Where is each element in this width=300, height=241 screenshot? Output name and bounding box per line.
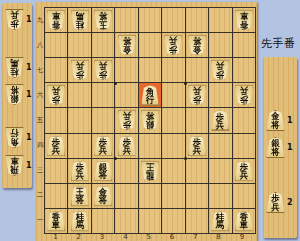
piece-kanji: 将 — [146, 112, 154, 120]
piece-kanji: 歩 — [76, 70, 84, 78]
square-2九[interactable]: 桂馬 — [68, 8, 90, 32]
square-7五[interactable] — [186, 108, 208, 132]
piece-kanji: 車 — [52, 12, 60, 20]
file-label-1: 1 — [44, 233, 67, 241]
square-6四[interactable] — [162, 134, 184, 158]
rank-label-二: 二 — [36, 191, 44, 200]
square-8五[interactable]: 歩兵 — [209, 108, 231, 132]
square-5二[interactable] — [139, 184, 161, 208]
square-5八[interactable] — [139, 33, 161, 57]
square-2五[interactable] — [68, 108, 90, 132]
board-area: 香車桂馬玉将香車金将歩兵金将歩兵歩兵歩兵歩兵角行歩兵歩兵歩兵銀将歩兵歩兵歩兵歩兵… — [36, 2, 257, 241]
square-6三[interactable] — [162, 159, 184, 183]
square-3六[interactable] — [92, 83, 114, 107]
piece-kanji: 金 — [193, 45, 201, 53]
file-label-4: 4 — [114, 233, 137, 241]
file-label-9: 9 — [230, 233, 253, 241]
piece-kanji: 将 — [193, 37, 201, 45]
square-1四[interactable]: 歩兵 — [45, 134, 67, 158]
piece-kanji: 兵 — [193, 87, 201, 95]
square-3九[interactable]: 玉将 — [92, 8, 114, 32]
piece-銀将[interactable]: 銀将 — [5, 84, 24, 105]
square-9八[interactable] — [233, 33, 255, 57]
square-2六[interactable] — [68, 83, 90, 107]
square-6六[interactable] — [162, 83, 184, 107]
square-9九[interactable]: 香車 — [233, 8, 255, 32]
file-label-5: 5 — [137, 233, 160, 241]
piece-香車-1九[interactable]: 香車 — [47, 10, 66, 31]
piece-kanji: 将 — [99, 12, 107, 20]
piece-香車-9一[interactable]: 香車 — [234, 210, 253, 231]
square-9四[interactable] — [233, 134, 255, 158]
square-7四[interactable]: 歩兵 — [186, 134, 208, 158]
piece-kanji: 車 — [52, 221, 60, 229]
piece-kanji: 歩 — [122, 120, 130, 128]
file-label-2: 2 — [67, 233, 90, 241]
piece-kanji: 兵 — [76, 171, 84, 179]
piece-飛車[interactable]: 飛車 — [5, 155, 24, 176]
hand-count-飛車: 1 — [26, 161, 32, 170]
piece-kanji: 歩 — [52, 95, 60, 103]
gote-hand-stand: 金将1銀将1歩兵2 — [263, 57, 297, 238]
file-label-8: 8 — [207, 233, 230, 241]
square-7二[interactable] — [186, 184, 208, 208]
square-4二[interactable] — [115, 184, 137, 208]
piece-kanji: 角 — [10, 138, 18, 146]
square-2四[interactable] — [68, 134, 90, 158]
piece-kanji: 兵 — [216, 120, 224, 128]
square-8七[interactable]: 歩兵 — [209, 58, 231, 82]
piece-kanji: 桂 — [76, 20, 84, 28]
piece-香車-9九[interactable]: 香車 — [234, 10, 253, 31]
piece-kanji: 桂 — [10, 68, 18, 76]
square-8六[interactable] — [209, 83, 231, 107]
square-5一[interactable] — [139, 209, 161, 233]
piece-歩兵-2三[interactable]: 歩兵 — [70, 160, 89, 181]
piece-kanji: 馬 — [76, 221, 84, 229]
piece-kanji: 兵 — [76, 62, 84, 70]
piece-歩兵-4四[interactable]: 歩兵 — [117, 135, 136, 156]
square-6五[interactable] — [162, 108, 184, 132]
piece-kanji: 行 — [146, 95, 154, 103]
piece-歩兵-7六[interactable]: 歩兵 — [187, 85, 206, 106]
square-2七[interactable]: 歩兵 — [68, 58, 90, 82]
piece-kanji: 歩 — [10, 20, 18, 28]
piece-kanji: 車 — [240, 12, 248, 20]
piece-kanji: 兵 — [99, 62, 107, 70]
file-label-6: 6 — [161, 233, 184, 241]
piece-歩兵-7四[interactable]: 歩兵 — [187, 135, 206, 156]
piece-kanji: 歩 — [216, 70, 224, 78]
piece-歩兵[interactable]: 歩兵 — [5, 9, 24, 30]
square-3八[interactable] — [92, 33, 114, 57]
square-7八[interactable]: 金将 — [186, 33, 208, 57]
square-4八[interactable]: 金将 — [115, 33, 137, 57]
square-2一[interactable]: 桂馬 — [68, 209, 90, 233]
piece-kanji: 歩 — [169, 45, 177, 53]
hand-count-歩兵: 1 — [26, 15, 32, 24]
rank-label-八: 八 — [36, 41, 44, 50]
turn-indicator: 先手番 — [261, 36, 296, 51]
hand-count-歩兵: 2 — [287, 198, 293, 207]
square-4九[interactable] — [115, 8, 137, 32]
piece-歩兵[interactable]: 歩兵 — [266, 192, 285, 213]
square-7七[interactable] — [186, 58, 208, 82]
star-point — [114, 82, 117, 85]
piece-歩兵-3四[interactable]: 歩兵 — [94, 135, 113, 156]
square-4五[interactable]: 歩兵 — [115, 108, 137, 132]
piece-金将-7八[interactable]: 金将 — [187, 35, 206, 56]
rank-label-六: 六 — [36, 91, 44, 100]
piece-kanji: 香 — [240, 20, 248, 28]
piece-kanji: 車 — [240, 221, 248, 229]
piece-歩兵-6八[interactable]: 歩兵 — [164, 35, 183, 56]
square-4六[interactable] — [115, 83, 137, 107]
square-9七[interactable] — [233, 58, 255, 82]
square-6一[interactable] — [162, 209, 184, 233]
hand-count-角行: 1 — [26, 133, 32, 142]
piece-金将-3二[interactable]: 金将 — [94, 185, 113, 206]
piece-kanji: 将 — [99, 171, 107, 179]
piece-kanji: 兵 — [240, 87, 248, 95]
square-5九[interactable] — [139, 8, 161, 32]
shogi-app: 歩兵1桂馬1銀将1角行1飛車1 香車桂馬玉将香車金将歩兵金将歩兵歩兵歩兵歩兵角行… — [0, 0, 300, 241]
piece-kanji: 兵 — [216, 62, 224, 70]
piece-歩兵-4五[interactable]: 歩兵 — [117, 110, 136, 131]
hand-count-桂馬: 1 — [26, 63, 32, 72]
rank-label-九: 九 — [36, 16, 44, 25]
hand-count-銀将: 1 — [26, 90, 32, 99]
piece-歩兵-8五[interactable]: 歩兵 — [211, 110, 230, 131]
star-point — [184, 82, 187, 85]
sente-hand-stand: 歩兵1桂馬1銀将1角行1飛車1 — [2, 3, 32, 188]
piece-角行-5六[interactable]: 角行 — [140, 85, 159, 106]
piece-kanji: 車 — [10, 157, 18, 165]
square-6七[interactable] — [162, 58, 184, 82]
rank-label-四: 四 — [36, 141, 44, 150]
piece-香車-1一[interactable]: 香車 — [47, 210, 66, 231]
piece-kanji: 将 — [99, 196, 107, 204]
square-7六[interactable]: 歩兵 — [186, 83, 208, 107]
piece-kanji: 兵 — [193, 146, 201, 154]
piece-kanji: 馬 — [76, 12, 84, 20]
piece-kanji: 歩 — [193, 95, 201, 103]
square-1六[interactable]: 歩兵 — [45, 83, 67, 107]
piece-kanji: 将 — [76, 196, 84, 204]
piece-歩兵-9三[interactable]: 歩兵 — [234, 160, 253, 181]
rank-label-七: 七 — [36, 66, 44, 75]
piece-kanji: 歩 — [240, 95, 248, 103]
piece-金将-4八[interactable]: 金将 — [117, 35, 136, 56]
square-9一[interactable]: 香車 — [233, 209, 255, 233]
piece-kanji: 兵 — [99, 146, 107, 154]
square-1七[interactable] — [45, 58, 67, 82]
square-3五[interactable] — [92, 108, 114, 132]
square-5七[interactable] — [139, 58, 161, 82]
piece-桂馬[interactable]: 桂馬 — [5, 57, 24, 78]
square-8三[interactable] — [209, 159, 231, 183]
hand-count-銀将: 1 — [287, 143, 293, 152]
square-2二[interactable]: 王将 — [68, 184, 90, 208]
piece-kanji: 兵 — [271, 203, 279, 211]
rank-label-五: 五 — [36, 116, 44, 125]
square-3二[interactable]: 金将 — [92, 184, 114, 208]
piece-kanji: 兵 — [122, 146, 130, 154]
piece-kanji: 行 — [10, 129, 18, 137]
piece-歩兵-9六[interactable]: 歩兵 — [234, 85, 253, 106]
piece-kanji: 兵 — [122, 112, 130, 120]
square-7九[interactable] — [186, 8, 208, 32]
square-5四[interactable] — [139, 134, 161, 158]
square-9三[interactable]: 歩兵 — [233, 159, 255, 183]
square-9二[interactable] — [233, 184, 255, 208]
piece-桂馬-2九[interactable]: 桂馬 — [70, 10, 89, 31]
piece-kanji: 将 — [271, 121, 279, 129]
piece-kanji: 将 — [271, 148, 279, 156]
piece-歩兵-3七[interactable]: 歩兵 — [94, 60, 113, 81]
file-label-7: 7 — [184, 233, 207, 241]
piece-王将-2二[interactable]: 王将 — [70, 185, 89, 206]
piece-kanji: 兵 — [52, 146, 60, 154]
piece-玉将-3九[interactable]: 玉将 — [94, 10, 113, 31]
piece-kanji: 飛 — [10, 166, 18, 174]
square-8一[interactable]: 桂馬 — [209, 209, 231, 233]
square-8四[interactable] — [209, 134, 231, 158]
square-3四[interactable]: 歩兵 — [92, 134, 114, 158]
piece-kanji: 将 — [122, 37, 130, 45]
star-point — [114, 157, 117, 160]
piece-kanji: 歩 — [99, 70, 107, 78]
piece-kanji: 銀 — [10, 95, 18, 103]
piece-角行[interactable]: 角行 — [5, 127, 24, 148]
piece-kanji: 将 — [10, 86, 18, 94]
square-3三[interactable]: 銀将 — [92, 159, 114, 183]
square-7一[interactable] — [186, 209, 208, 233]
hand-count-金将: 1 — [287, 116, 293, 125]
piece-銀将[interactable]: 銀将 — [266, 137, 285, 158]
square-5三[interactable]: 龍王 — [139, 159, 161, 183]
piece-kanji: 金 — [122, 45, 130, 53]
square-9六[interactable]: 歩兵 — [233, 83, 255, 107]
square-3七[interactable]: 歩兵 — [92, 58, 114, 82]
square-4三[interactable] — [115, 159, 137, 183]
square-6二[interactable] — [162, 184, 184, 208]
square-4一[interactable] — [115, 209, 137, 233]
square-4四[interactable]: 歩兵 — [115, 134, 137, 158]
square-5五[interactable]: 銀将 — [139, 108, 161, 132]
square-7三[interactable] — [186, 159, 208, 183]
square-1一[interactable]: 香車 — [45, 209, 67, 233]
piece-歩兵-1四[interactable]: 歩兵 — [47, 135, 66, 156]
piece-銀将-5五[interactable]: 銀将 — [140, 110, 159, 131]
piece-龍王-5三[interactable]: 龍王 — [140, 160, 159, 181]
square-6九[interactable] — [162, 8, 184, 32]
square-3一[interactable] — [92, 209, 114, 233]
square-4七[interactable] — [115, 58, 137, 82]
piece-kanji: 香 — [52, 20, 60, 28]
rank-label-三: 三 — [36, 166, 44, 175]
square-2八[interactable] — [68, 33, 90, 57]
piece-kanji: 兵 — [52, 87, 60, 95]
square-5六[interactable]: 角行 — [139, 83, 161, 107]
piece-kanji: 兵 — [169, 37, 177, 45]
piece-kanji: 馬 — [216, 221, 224, 229]
square-2三[interactable]: 歩兵 — [68, 159, 90, 183]
piece-歩兵-1六[interactable]: 歩兵 — [47, 85, 66, 106]
square-6八[interactable]: 歩兵 — [162, 33, 184, 57]
piece-kanji: 王 — [146, 162, 154, 170]
piece-銀将-3三[interactable]: 銀将 — [94, 160, 113, 181]
shogi-board: 香車桂馬玉将香車金将歩兵金将歩兵歩兵歩兵歩兵角行歩兵歩兵歩兵銀将歩兵歩兵歩兵歩兵… — [44, 7, 256, 234]
square-8九[interactable] — [209, 8, 231, 32]
square-8八[interactable] — [209, 33, 231, 57]
piece-kanji: 兵 — [240, 171, 248, 179]
piece-桂馬-8一[interactable]: 桂馬 — [211, 210, 230, 231]
piece-歩兵-8七[interactable]: 歩兵 — [211, 60, 230, 81]
piece-kanji: 玉 — [99, 20, 107, 28]
file-label-3: 3 — [91, 233, 114, 241]
star-point — [184, 157, 187, 160]
square-1五[interactable] — [45, 108, 67, 132]
square-8二[interactable] — [209, 184, 231, 208]
square-1二[interactable] — [45, 184, 67, 208]
piece-kanji: 銀 — [146, 120, 154, 128]
piece-kanji: 馬 — [10, 59, 18, 67]
square-1三[interactable] — [45, 159, 67, 183]
piece-歩兵-2七[interactable]: 歩兵 — [70, 60, 89, 81]
square-9五[interactable] — [233, 108, 255, 132]
piece-桂馬-2一[interactable]: 桂馬 — [70, 210, 89, 231]
square-1九[interactable]: 香車 — [45, 8, 67, 32]
rank-label-一: 一 — [36, 216, 44, 225]
piece-kanji: 兵 — [10, 11, 18, 19]
square-1八[interactable] — [45, 33, 67, 57]
piece-金将[interactable]: 金将 — [266, 110, 285, 131]
